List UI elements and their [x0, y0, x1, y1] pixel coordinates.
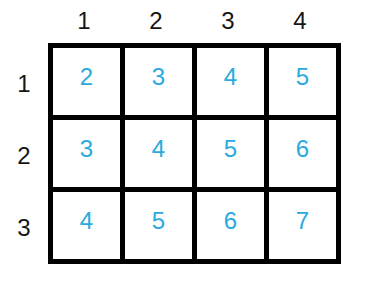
- cell-r1-c1: 2: [53, 48, 120, 115]
- row-header-2: 2: [0, 120, 48, 192]
- grid-board: 2 3 4 5 3 4 5 6 4 5 6 7: [48, 43, 341, 264]
- cell-r3-c3: 6: [197, 192, 264, 259]
- cell-r1-c3: 4: [197, 48, 264, 115]
- cell-r3-c1: 4: [53, 192, 120, 259]
- column-headers: 1 2 3 4: [48, 0, 341, 43]
- cell-r2-c3: 5: [197, 120, 264, 187]
- row-header-1: 1: [0, 48, 48, 120]
- cell-r3-c4: 7: [269, 192, 336, 259]
- cell-r2-c1: 3: [53, 120, 120, 187]
- column-header-4: 4: [264, 0, 336, 43]
- cell-r2-c2: 4: [125, 120, 192, 187]
- row-headers: 1 2 3: [0, 43, 48, 264]
- cell-r2-c4: 6: [269, 120, 336, 187]
- column-header-2: 2: [120, 0, 192, 43]
- column-header-3: 3: [192, 0, 264, 43]
- column-header-1: 1: [48, 0, 120, 43]
- table-wrapper: 1 2 3 4 1 2 3 2 3 4 5 3 4 5 6 4 5 6: [0, 0, 341, 264]
- cell-r3-c2: 5: [125, 192, 192, 259]
- cell-r1-c2: 3: [125, 48, 192, 115]
- row-header-3: 3: [0, 192, 48, 264]
- addition-table-diagram: 1 2 3 4 1 2 3 2 3 4 5 3 4 5 6 4 5 6: [0, 0, 380, 298]
- main-row: 1 2 3 2 3 4 5 3 4 5 6 4 5 6 7: [0, 43, 341, 264]
- cell-r1-c4: 5: [269, 48, 336, 115]
